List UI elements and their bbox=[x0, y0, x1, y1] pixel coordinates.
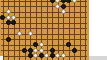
grid-vline bbox=[58, 0, 59, 60]
go-board[interactable] bbox=[0, 0, 89, 60]
app-screenshot bbox=[0, 0, 107, 60]
black-stone bbox=[39, 53, 44, 58]
white-stone bbox=[55, 53, 60, 58]
panel-bottom-strip bbox=[89, 56, 107, 60]
black-stone bbox=[72, 48, 77, 53]
black-stone bbox=[66, 42, 71, 47]
black-stone bbox=[61, 4, 66, 9]
black-stone bbox=[11, 20, 16, 25]
grid-hline bbox=[1, 28, 87, 29]
grid-vline bbox=[47, 0, 48, 60]
grid-hline bbox=[1, 39, 87, 40]
white-stone bbox=[28, 31, 33, 36]
grid-vline bbox=[69, 0, 70, 60]
side-panel bbox=[89, 0, 107, 60]
black-stone bbox=[50, 48, 55, 53]
grid-vline bbox=[85, 0, 86, 60]
white-stone bbox=[55, 0, 60, 3]
white-stone bbox=[17, 31, 22, 36]
black-stone bbox=[0, 15, 5, 20]
black-stone bbox=[50, 53, 55, 58]
white-stone bbox=[33, 48, 38, 53]
black-stone bbox=[50, 0, 55, 3]
grid-vline bbox=[3, 0, 4, 60]
white-stone bbox=[6, 15, 11, 20]
black-stone bbox=[6, 37, 11, 42]
black-stone bbox=[28, 48, 33, 53]
white-stone bbox=[44, 53, 49, 58]
black-stone bbox=[6, 20, 11, 25]
black-stone bbox=[61, 0, 66, 3]
white-stone bbox=[72, 0, 77, 3]
white-stone bbox=[11, 15, 16, 20]
black-stone bbox=[28, 53, 33, 58]
grid-hline bbox=[1, 12, 87, 13]
white-stone bbox=[55, 4, 60, 9]
bottom-left-notch bbox=[0, 56, 3, 60]
black-stone bbox=[66, 0, 71, 3]
grid-hline bbox=[1, 34, 87, 35]
black-stone bbox=[22, 48, 27, 53]
white-stone bbox=[61, 53, 66, 58]
black-stone bbox=[33, 42, 38, 47]
grid-vline bbox=[14, 0, 15, 60]
grid-hline bbox=[1, 6, 87, 7]
white-stone bbox=[39, 48, 44, 53]
white-stone bbox=[6, 9, 11, 14]
grid-hline bbox=[1, 45, 87, 46]
white-stone bbox=[33, 53, 38, 58]
white-stone bbox=[39, 42, 44, 47]
white-stone bbox=[61, 9, 66, 14]
grid-vline bbox=[80, 0, 81, 60]
grid-vline bbox=[19, 0, 20, 60]
